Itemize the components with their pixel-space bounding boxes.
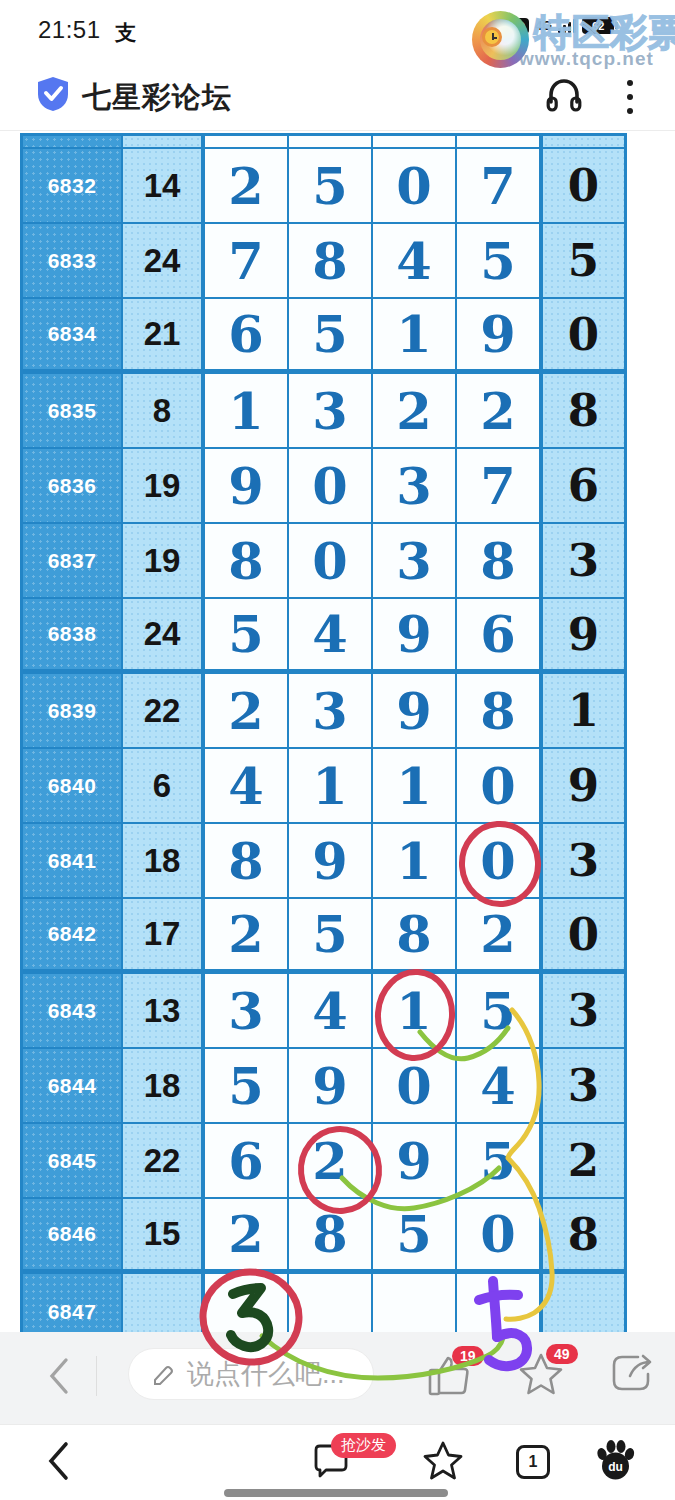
sum-cell: 24: [123, 599, 205, 674]
share-icon[interactable]: [610, 1352, 656, 1394]
more-menu-icon[interactable]: [627, 80, 635, 114]
table-row: 68342165190: [23, 299, 624, 374]
period-cell: 6845: [23, 1124, 123, 1199]
table-row: 68371980383: [23, 524, 624, 599]
tail-cell: 8: [543, 1199, 624, 1274]
digit-cell-3: 1: [373, 749, 457, 824]
digit-cell-3: 2: [373, 374, 457, 449]
table-row: 6840641109: [23, 749, 624, 824]
period-cell: 6844: [23, 1049, 123, 1124]
nav-tabs-icon[interactable]: 1: [516, 1445, 550, 1479]
tail-cell: 1: [543, 674, 624, 749]
table-row: 68431334153: [23, 974, 624, 1049]
table-row: 68421725820: [23, 899, 624, 974]
sum-cell: 19: [123, 524, 205, 599]
digit-cell-2: 5: [289, 149, 373, 224]
period-cell: 6840: [23, 749, 123, 824]
digit-cell-1: 5: [205, 1049, 289, 1124]
first-comment-badge: 抢沙发: [331, 1433, 396, 1458]
digit-cell-1: 6: [205, 299, 289, 374]
digit-cell-3: 3: [373, 449, 457, 524]
watermark-site-url: www.tqcp.net: [519, 48, 654, 70]
digit-cell-4: 2: [457, 899, 543, 974]
sum-cell: 8: [123, 374, 205, 449]
digit-cell-3: 1: [373, 824, 457, 899]
table-row: 68441859043: [23, 1049, 624, 1124]
period-cell: 6846: [23, 1199, 123, 1274]
digit-cell-1: 6: [205, 1124, 289, 1199]
comment-bar-divider: [96, 1356, 97, 1396]
sum-cell: 17: [123, 899, 205, 974]
digit-cell-3: 5: [373, 1199, 457, 1274]
digit-cell-2: 8: [289, 1199, 373, 1274]
digit-cell-1: 8: [205, 524, 289, 599]
sum-cell: 21: [123, 299, 205, 374]
digit-cell-2: 4: [289, 599, 373, 674]
digit-cell-4: 6: [457, 599, 543, 674]
favorite-count-badge: 49: [546, 1344, 578, 1364]
table-row: 68321425070: [23, 149, 624, 224]
digit-cell-3: [373, 136, 457, 149]
digit-cell-4: 0: [457, 1199, 543, 1274]
sum-cell: 18: [123, 1049, 205, 1124]
watermark-logo-icon: [472, 11, 529, 68]
verified-shield-icon: [36, 76, 70, 112]
digit-cell-1: 2: [205, 149, 289, 224]
digit-cell-3: 9: [373, 1124, 457, 1199]
tail-cell: 9: [543, 749, 624, 824]
nav-star-icon[interactable]: [422, 1440, 464, 1482]
period-cell: 6837: [23, 524, 123, 599]
digit-cell-3: 0: [373, 1049, 457, 1124]
baidu-paw-icon[interactable]: du: [594, 1438, 636, 1482]
digit-cell-2: 0: [289, 524, 373, 599]
digit-cell-2: 5: [289, 299, 373, 374]
digit-cell-4: 8: [457, 524, 543, 599]
digit-cell-3: 1: [373, 974, 457, 1049]
table-row: 68382454969: [23, 599, 624, 674]
digit-cell-4: 7: [457, 149, 543, 224]
tail-cell: 3: [543, 824, 624, 899]
digit-cell-4: 5: [457, 974, 543, 1049]
digit-cell-1: 9: [205, 449, 289, 524]
period-cell: 6832: [23, 149, 123, 224]
screen: 21:51 支 HD 4G 62 特区彩票网 www.tqcp.net 七星彩论…: [0, 0, 675, 1500]
tail-cell: 3: [543, 974, 624, 1049]
period-cell: 6835: [23, 374, 123, 449]
home-indicator[interactable]: [224, 1489, 448, 1497]
pencil-icon: [151, 1361, 177, 1387]
digit-cell-3: 4: [373, 224, 457, 299]
comment-back-icon[interactable]: [46, 1356, 72, 1396]
digit-cell-1: 4: [205, 749, 289, 824]
digit-cell-2: 8: [289, 224, 373, 299]
table-row: 68392223981: [23, 674, 624, 749]
tail-cell: 9: [543, 599, 624, 674]
period-cell: 6841: [23, 824, 123, 899]
digit-cell-2: 9: [289, 824, 373, 899]
tail-cell: 0: [543, 899, 624, 974]
period-cell: 6834: [23, 299, 123, 374]
sum-cell: [123, 136, 205, 149]
digit-cell-4: 4: [457, 1049, 543, 1124]
sum-cell: 6: [123, 749, 205, 824]
tail-cell: 6: [543, 449, 624, 524]
digit-cell-2: 1: [289, 749, 373, 824]
digit-cell-2: [289, 136, 373, 149]
sum-cell: 18: [123, 824, 205, 899]
tail-cell: 5: [543, 224, 624, 299]
digit-cell-4: 5: [457, 1124, 543, 1199]
period-cell: 6838: [23, 599, 123, 674]
tail-cell: [543, 136, 624, 149]
digit-cell-4: 7: [457, 449, 543, 524]
digit-cell-1: 5: [205, 599, 289, 674]
tail-cell: 0: [543, 149, 624, 224]
digit-cell-3: 1: [373, 299, 457, 374]
table-row: 68461528508: [23, 1199, 624, 1274]
alipay-notification-icon: 支: [115, 19, 136, 47]
digit-cell-4: 5: [457, 224, 543, 299]
tail-cell: 3: [543, 1049, 624, 1124]
digit-cell-4: 8: [457, 674, 543, 749]
digit-cell-3: 9: [373, 674, 457, 749]
digit-cell-4: 9: [457, 299, 543, 374]
sum-cell: 22: [123, 674, 205, 749]
digit-cell-2: 9: [289, 1049, 373, 1124]
nav-back-icon[interactable]: [44, 1440, 72, 1482]
tail-cell: 3: [543, 524, 624, 599]
period-cell: 6839: [23, 674, 123, 749]
like-count-badge: 19: [452, 1346, 484, 1366]
table-row: 68361990376: [23, 449, 624, 524]
sum-cell: 19: [123, 449, 205, 524]
sum-cell: 24: [123, 224, 205, 299]
period-cell: [23, 136, 123, 149]
digit-cell-1: 3: [205, 974, 289, 1049]
digit-cell-2: 0: [289, 449, 373, 524]
comment-placeholder: 说点什么吧...: [187, 1356, 345, 1392]
digit-cell-2: 3: [289, 674, 373, 749]
clock: 21:51: [38, 16, 101, 44]
trend-table: 6832142507068332478455683421651906835813…: [20, 133, 627, 1352]
sum-cell: 13: [123, 974, 205, 1049]
digit-cell-2: 2: [289, 1124, 373, 1199]
digit-cell-4: [457, 136, 543, 149]
digit-cell-1: 2: [205, 899, 289, 974]
digit-cell-1: 8: [205, 824, 289, 899]
digit-cell-3: 8: [373, 899, 457, 974]
digit-cell-2: 3: [289, 374, 373, 449]
digit-cell-3: 3: [373, 524, 457, 599]
period-cell: 6843: [23, 974, 123, 1049]
sum-cell: 15: [123, 1199, 205, 1274]
digit-cell-1: [205, 136, 289, 149]
digit-cell-4: 2: [457, 374, 543, 449]
digit-cell-2: 4: [289, 974, 373, 1049]
headphones-icon[interactable]: [546, 76, 582, 114]
sum-cell: 14: [123, 149, 205, 224]
table-row: [23, 136, 624, 149]
digit-cell-3: 9: [373, 599, 457, 674]
digit-cell-2: 5: [289, 899, 373, 974]
table-row: 6835813228: [23, 374, 624, 449]
period-cell: 6833: [23, 224, 123, 299]
tail-cell: 8: [543, 374, 624, 449]
digit-cell-1: 7: [205, 224, 289, 299]
digit-cell-1: 2: [205, 674, 289, 749]
tail-cell: 0: [543, 299, 624, 374]
table-row: 68411889103: [23, 824, 624, 899]
digit-cell-4: 0: [457, 824, 543, 899]
table-row: 68452262952: [23, 1124, 624, 1199]
digit-cell-1: 2: [205, 1199, 289, 1274]
page-title: 七星彩论坛: [82, 78, 232, 118]
sum-cell: 22: [123, 1124, 205, 1199]
digit-cell-1: 1: [205, 374, 289, 449]
digit-cell-3: 0: [373, 149, 457, 224]
digit-cell-4: 0: [457, 749, 543, 824]
comment-input[interactable]: 说点什么吧...: [128, 1348, 374, 1400]
table-row: 68332478455: [23, 224, 624, 299]
period-cell: 6836: [23, 449, 123, 524]
tail-cell: 2: [543, 1124, 624, 1199]
svg-text:du: du: [608, 1460, 623, 1474]
period-cell: 6842: [23, 899, 123, 974]
